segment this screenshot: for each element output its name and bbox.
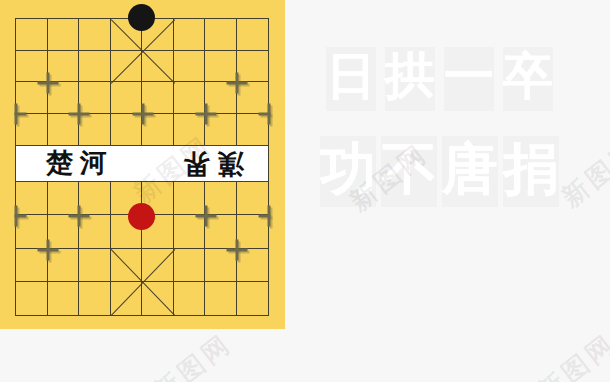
point-marker xyxy=(69,104,90,125)
board-cell xyxy=(79,19,111,51)
xiangqi-board: 楚河 漢界 xyxy=(0,0,285,329)
board-cell xyxy=(16,282,48,315)
board-grid: 楚河 漢界 xyxy=(15,18,269,316)
point-marker xyxy=(6,104,27,125)
watermark: 新图网 xyxy=(147,326,239,382)
poster: 楚河 漢界 日拱一卒 功不唐捐 新图网 新图网 新图网 新图网 新图网 xyxy=(0,0,610,382)
point-marker xyxy=(195,206,216,227)
board-cell xyxy=(174,19,206,51)
point-marker xyxy=(37,239,58,260)
board-cell xyxy=(174,282,206,315)
point-marker xyxy=(69,206,90,227)
point-marker xyxy=(6,206,27,227)
board-cell xyxy=(48,19,80,51)
board-cell xyxy=(174,51,206,83)
board-cell xyxy=(79,51,111,83)
board-cell xyxy=(79,249,111,282)
board-cell xyxy=(79,282,111,315)
board-cell xyxy=(205,282,237,315)
point-marker xyxy=(195,104,216,125)
point-marker xyxy=(227,72,248,93)
board-cell xyxy=(174,249,206,282)
point-marker xyxy=(227,239,248,260)
board-cell xyxy=(237,19,269,51)
point-marker xyxy=(259,104,280,125)
point-marker xyxy=(37,72,58,93)
board-cell xyxy=(237,282,269,315)
board-cell xyxy=(205,19,237,51)
board-cell xyxy=(16,19,48,51)
point-marker xyxy=(259,206,280,227)
point-marker xyxy=(132,104,153,125)
river-label-chuhe: 楚河 xyxy=(46,150,114,177)
board-cell xyxy=(48,282,80,315)
watermark: 新图网 xyxy=(531,326,610,382)
black-stone[interactable] xyxy=(128,4,155,31)
caption-line-1: 日拱一卒 xyxy=(326,47,562,111)
